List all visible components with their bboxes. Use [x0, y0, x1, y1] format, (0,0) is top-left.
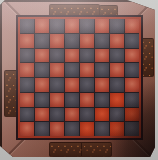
square-r4c8[interactable] [125, 63, 139, 77]
square-r3c4[interactable] [65, 49, 79, 63]
square-r3c8[interactable] [125, 49, 139, 63]
square-r5c2[interactable] [35, 78, 49, 92]
square-r2c1[interactable] [20, 34, 34, 48]
square-r6c7[interactable] [110, 93, 124, 107]
square-r1c1[interactable] [20, 19, 34, 33]
square-r2c2[interactable] [35, 34, 49, 48]
square-r6c4[interactable] [65, 93, 79, 107]
square-r2c8[interactable] [125, 34, 139, 48]
square-r7c1[interactable] [20, 108, 34, 122]
square-r4c7[interactable] [110, 63, 124, 77]
square-r6c2[interactable] [35, 93, 49, 107]
square-r4c6[interactable] [95, 63, 109, 77]
board-inner-border [16, 15, 143, 140]
square-r1c7[interactable] [110, 19, 124, 33]
square-r3c6[interactable] [95, 49, 109, 63]
square-r1c4[interactable] [65, 19, 79, 33]
square-r5c7[interactable] [110, 78, 124, 92]
square-r7c5[interactable] [80, 108, 94, 122]
board-red-trim [18, 17, 141, 138]
square-r1c2[interactable] [35, 19, 49, 33]
square-r4c1[interactable] [20, 63, 34, 77]
square-r8c1[interactable] [20, 122, 34, 136]
miter-seam-bottom-right [133, 138, 153, 158]
square-r6c3[interactable] [50, 93, 64, 107]
square-r8c3[interactable] [50, 122, 64, 136]
square-r7c3[interactable] [50, 108, 64, 122]
square-r2c7[interactable] [110, 34, 124, 48]
square-r5c1[interactable] [20, 78, 34, 92]
square-r6c6[interactable] [95, 93, 109, 107]
square-r7c6[interactable] [95, 108, 109, 122]
square-r3c7[interactable] [110, 49, 124, 63]
square-r1c5[interactable] [80, 19, 94, 33]
square-r7c4[interactable] [65, 108, 79, 122]
square-r8c8[interactable] [125, 122, 139, 136]
square-r5c6[interactable] [95, 78, 109, 92]
square-r8c4[interactable] [65, 122, 79, 136]
square-r6c8[interactable] [125, 93, 139, 107]
square-r5c3[interactable] [50, 78, 64, 92]
square-r2c6[interactable] [95, 34, 109, 48]
square-r2c4[interactable] [65, 34, 79, 48]
embossed-ornament-bottom [49, 142, 112, 157]
square-r5c8[interactable] [125, 78, 139, 92]
square-r4c4[interactable] [65, 63, 79, 77]
square-r7c2[interactable] [35, 108, 49, 122]
square-r1c8[interactable] [125, 19, 139, 33]
square-r8c6[interactable] [95, 122, 109, 136]
square-r4c5[interactable] [80, 63, 94, 77]
board-grid [20, 19, 139, 136]
square-r1c3[interactable] [50, 19, 64, 33]
square-r6c1[interactable] [20, 93, 34, 107]
square-r2c5[interactable] [80, 34, 94, 48]
square-r3c2[interactable] [35, 49, 49, 63]
square-r1c6[interactable] [95, 19, 109, 33]
leather-board [0, 0, 158, 160]
square-r8c5[interactable] [80, 122, 94, 136]
square-r6c5[interactable] [80, 93, 94, 107]
square-r8c2[interactable] [35, 122, 49, 136]
square-r2c3[interactable] [50, 34, 64, 48]
square-r4c3[interactable] [50, 63, 64, 77]
square-r5c4[interactable] [65, 78, 79, 92]
square-r7c8[interactable] [125, 108, 139, 122]
square-r7c7[interactable] [110, 108, 124, 122]
square-r3c3[interactable] [50, 49, 64, 63]
square-r5c5[interactable] [80, 78, 94, 92]
square-r3c5[interactable] [80, 49, 94, 63]
square-r4c2[interactable] [35, 63, 49, 77]
square-r8c7[interactable] [110, 122, 124, 136]
square-r3c1[interactable] [20, 49, 34, 63]
